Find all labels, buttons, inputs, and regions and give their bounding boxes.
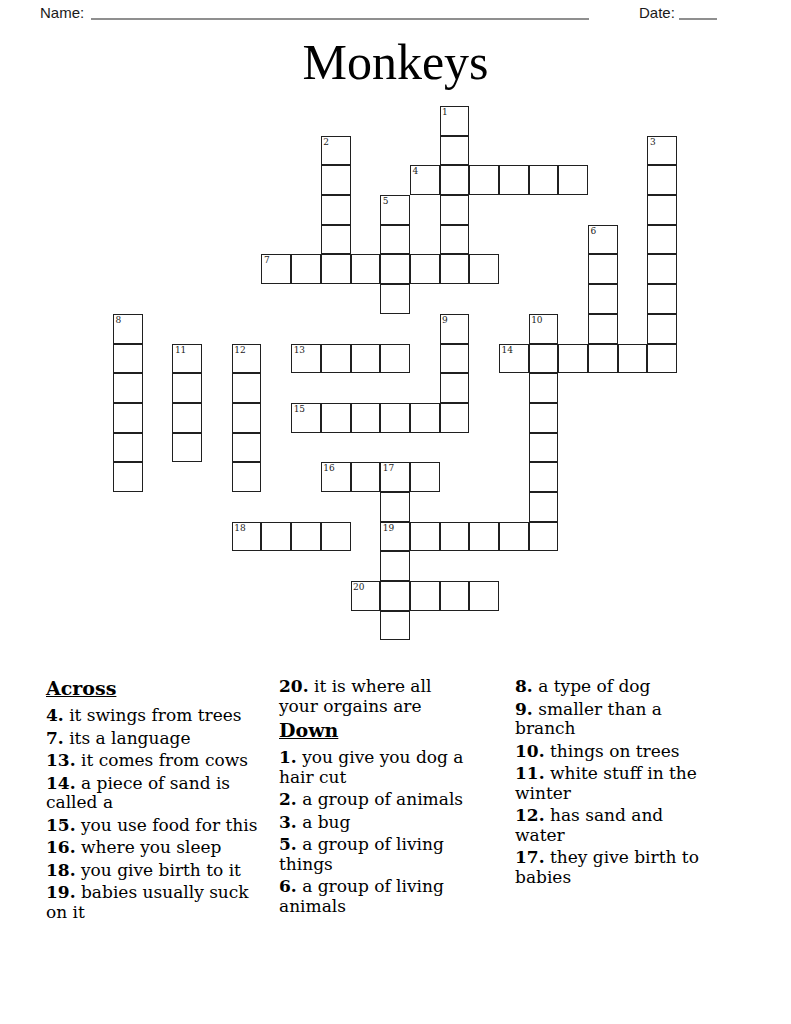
grid-cell[interactable] xyxy=(410,581,440,611)
page-title: Monkeys xyxy=(0,33,791,91)
grid-cell[interactable]: 6 xyxy=(588,225,618,255)
date-input-line[interactable] xyxy=(679,18,717,20)
clue-number: 13 xyxy=(294,345,305,355)
clue-label: 12. xyxy=(515,805,545,825)
grid-cell[interactable] xyxy=(440,136,470,166)
grid-cell[interactable]: 18 xyxy=(232,522,262,552)
clue-label: 7. xyxy=(46,728,64,748)
clue-label: 15. xyxy=(46,815,76,835)
clue-number: 19 xyxy=(383,523,394,533)
grid-cell[interactable] xyxy=(261,522,291,552)
grid-cell[interactable] xyxy=(647,195,677,225)
grid-cell[interactable] xyxy=(440,165,470,195)
clue-label: 4. xyxy=(46,705,64,725)
clue-down-17: 17. they give birth to babies xyxy=(515,848,715,887)
grid-cell[interactable]: 10 xyxy=(529,314,559,344)
clue-number: 15 xyxy=(294,404,305,414)
grid-cell[interactable]: 9 xyxy=(440,314,470,344)
grid-cell[interactable] xyxy=(469,165,499,195)
crossword-grid: 1234567891011121314151617181920 xyxy=(113,106,677,640)
grid-cell[interactable]: 11 xyxy=(172,344,202,374)
clue-label: 17. xyxy=(515,847,545,867)
grid-cell[interactable] xyxy=(380,551,410,581)
clue-down-1: 1. you give you dog a hair cut xyxy=(279,748,473,787)
clue-label: 18. xyxy=(46,860,76,880)
clue-number: 9 xyxy=(442,315,448,325)
grid-cell[interactable] xyxy=(321,522,351,552)
clues-column-3: 8. a type of dog9. smaller than a branch… xyxy=(515,677,715,890)
grid-cell[interactable] xyxy=(321,225,351,255)
grid-cell[interactable] xyxy=(469,522,499,552)
clues-column-2: 20. it is where all your orgains areDown… xyxy=(279,677,473,919)
clue-down-5: 5. a group of living things xyxy=(279,835,473,874)
clue-down-11: 11. white stuff in the winter xyxy=(515,764,715,803)
grid-cell[interactable] xyxy=(558,165,588,195)
grid-cell[interactable] xyxy=(410,522,440,552)
clue-label: 11. xyxy=(515,763,545,783)
grid-cell[interactable] xyxy=(529,403,559,433)
clue-across-15: 15. you use food for this xyxy=(46,816,274,836)
grid-cell[interactable] xyxy=(440,373,470,403)
grid-cell[interactable]: 7 xyxy=(261,254,291,284)
grid-cell[interactable] xyxy=(232,462,262,492)
clue-label: 14. xyxy=(46,773,76,793)
grid-cell[interactable] xyxy=(647,344,677,374)
clues-down-header: Down xyxy=(279,719,473,742)
grid-cell[interactable] xyxy=(499,522,529,552)
name-label: Name: xyxy=(40,4,84,21)
grid-cell[interactable] xyxy=(440,403,470,433)
grid-cell[interactable] xyxy=(529,344,559,374)
grid-cell[interactable] xyxy=(529,165,559,195)
clues-column-1: Across4. it swings from trees7. its a la… xyxy=(46,677,274,925)
grid-cell[interactable]: 8 xyxy=(113,314,143,344)
grid-cell[interactable] xyxy=(232,433,262,463)
clue-label: 10. xyxy=(515,741,545,761)
clue-label: 16. xyxy=(46,837,76,857)
clue-label: 3. xyxy=(279,812,297,832)
clue-down-6: 6. a group of living animals xyxy=(279,877,473,916)
grid-cell[interactable] xyxy=(321,165,351,195)
grid-cell[interactable] xyxy=(380,284,410,314)
grid-cell[interactable] xyxy=(440,254,470,284)
grid-cell[interactable] xyxy=(232,373,262,403)
grid-cell[interactable] xyxy=(351,462,381,492)
clue-label: 2. xyxy=(279,789,297,809)
grid-cell[interactable] xyxy=(647,254,677,284)
clue-label: 6. xyxy=(279,876,297,896)
grid-cell[interactable] xyxy=(410,403,440,433)
clue-number: 1 xyxy=(442,107,448,117)
grid-cell[interactable] xyxy=(113,462,143,492)
clue-across-16: 16. where you sleep xyxy=(46,838,274,858)
grid-cell[interactable] xyxy=(380,611,410,641)
grid-cell[interactable] xyxy=(529,433,559,463)
name-input-line[interactable] xyxy=(91,18,589,20)
grid-cell[interactable] xyxy=(380,225,410,255)
clue-number: 16 xyxy=(323,463,334,473)
clue-number: 6 xyxy=(591,226,597,236)
grid-cell[interactable] xyxy=(440,522,470,552)
grid-cell[interactable] xyxy=(529,492,559,522)
grid-cell[interactable] xyxy=(558,344,588,374)
clue-label: 5. xyxy=(279,834,297,854)
grid-cell[interactable] xyxy=(321,254,351,284)
grid-cell[interactable] xyxy=(113,403,143,433)
clue-number: 18 xyxy=(234,523,245,533)
grid-cell[interactable]: 14 xyxy=(499,344,529,374)
grid-cell[interactable] xyxy=(647,225,677,255)
clue-down-2: 2. a group of animals xyxy=(279,790,473,810)
grid-cell[interactable] xyxy=(647,284,677,314)
grid-cell[interactable] xyxy=(529,373,559,403)
grid-cell[interactable]: 5 xyxy=(380,195,410,225)
grid-cell[interactable] xyxy=(321,195,351,225)
grid-cell[interactable]: 20 xyxy=(351,581,381,611)
grid-cell[interactable]: 1 xyxy=(440,106,470,136)
grid-cell[interactable] xyxy=(291,522,321,552)
grid-cell[interactable]: 16 xyxy=(321,462,351,492)
clue-down-3: 3. a bug xyxy=(279,813,473,833)
grid-cell[interactable]: 13 xyxy=(291,344,321,374)
worksheet-page: { "title": "Monkeys", "header": { "name_… xyxy=(0,0,791,1024)
grid-cell[interactable] xyxy=(499,165,529,195)
grid-cell[interactable] xyxy=(440,225,470,255)
clue-down-8: 8. a type of dog xyxy=(515,677,715,697)
grid-cell[interactable] xyxy=(380,403,410,433)
grid-cell[interactable] xyxy=(410,462,440,492)
grid-cell[interactable] xyxy=(113,373,143,403)
grid-cell[interactable] xyxy=(321,403,351,433)
clue-number: 3 xyxy=(650,137,656,147)
clue-across-18: 18. you give birth to it xyxy=(46,861,274,881)
grid-cell[interactable]: 4 xyxy=(410,165,440,195)
grid-cell[interactable] xyxy=(647,165,677,195)
date-label: Date: xyxy=(639,4,675,21)
grid-cell[interactable] xyxy=(351,344,381,374)
clue-down-9: 9. smaller than a branch xyxy=(515,700,715,739)
grid-cell[interactable] xyxy=(440,344,470,374)
grid-cell[interactable]: 15 xyxy=(291,403,321,433)
clue-across-7: 7. its a language xyxy=(46,729,274,749)
grid-cell[interactable] xyxy=(380,492,410,522)
clue-number: 12 xyxy=(234,345,245,355)
clue-number: 20 xyxy=(353,582,364,592)
clues-across-header: Across xyxy=(46,677,274,700)
clue-number: 2 xyxy=(323,137,329,147)
grid-cell[interactable] xyxy=(440,581,470,611)
clue-label: 8. xyxy=(515,676,533,696)
clue-number: 11 xyxy=(175,345,186,355)
clue-down-10: 10. things on trees xyxy=(515,742,715,762)
clue-label: 20. xyxy=(279,676,309,696)
clue-number: 5 xyxy=(383,196,389,206)
grid-cell[interactable] xyxy=(232,403,262,433)
grid-cell[interactable] xyxy=(380,344,410,374)
grid-cell[interactable] xyxy=(529,522,559,552)
grid-cell[interactable] xyxy=(351,254,381,284)
grid-cell[interactable] xyxy=(588,284,618,314)
grid-cell[interactable] xyxy=(469,581,499,611)
grid-cell[interactable] xyxy=(529,462,559,492)
grid-cell[interactable] xyxy=(469,254,499,284)
grid-cell[interactable]: 19 xyxy=(380,522,410,552)
grid-cell[interactable] xyxy=(440,195,470,225)
grid-cell[interactable]: 3 xyxy=(647,136,677,166)
clue-number: 10 xyxy=(531,315,542,325)
grid-cell[interactable] xyxy=(618,344,648,374)
grid-cell[interactable] xyxy=(113,344,143,374)
grid-cell[interactable] xyxy=(172,373,202,403)
clue-across-14: 14. a piece of sand is called a xyxy=(46,774,274,813)
grid-cell[interactable] xyxy=(647,314,677,344)
clue-number: 14 xyxy=(501,345,512,355)
grid-cell[interactable] xyxy=(588,314,618,344)
grid-cell[interactable] xyxy=(588,254,618,284)
clue-label: 9. xyxy=(515,699,533,719)
grid-cell[interactable] xyxy=(410,254,440,284)
grid-cell[interactable] xyxy=(321,344,351,374)
clue-label: 1. xyxy=(279,747,297,767)
grid-cell[interactable] xyxy=(588,344,618,374)
clue-label: 19. xyxy=(46,882,76,902)
clue-number: 8 xyxy=(116,315,122,325)
grid-cell[interactable] xyxy=(113,433,143,463)
clue-across-20: 20. it is where all your orgains are xyxy=(279,677,473,716)
grid-cell[interactable] xyxy=(351,403,381,433)
clue-down-12: 12. has sand and water xyxy=(515,806,715,845)
grid-cell[interactable] xyxy=(172,433,202,463)
grid-cell[interactable] xyxy=(380,254,410,284)
clue-number: 7 xyxy=(264,255,270,265)
grid-cell[interactable] xyxy=(172,403,202,433)
grid-cell[interactable]: 2 xyxy=(321,136,351,166)
grid-cell[interactable] xyxy=(291,254,321,284)
clue-label: 13. xyxy=(46,750,76,770)
clue-number: 4 xyxy=(412,166,418,176)
grid-cell[interactable]: 12 xyxy=(232,344,262,374)
clue-number: 17 xyxy=(383,463,394,473)
grid-cell[interactable] xyxy=(380,581,410,611)
clue-across-4: 4. it swings from trees xyxy=(46,706,274,726)
grid-cell[interactable]: 17 xyxy=(380,462,410,492)
clue-across-13: 13. it comes from cows xyxy=(46,751,274,771)
clue-across-19: 19. babies usually suck on it xyxy=(46,883,274,922)
